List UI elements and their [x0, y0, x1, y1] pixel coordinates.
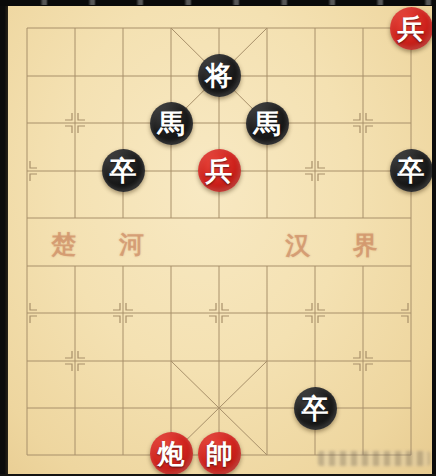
board-point-file8-rank7[interactable] [387, 337, 435, 385]
board-point-file2-rank6[interactable] [99, 290, 147, 338]
red-general-glyph: 帥 [206, 440, 233, 467]
board-point-file3-rank9[interactable]: 炮 [147, 432, 195, 476]
board-point-file0-rank9[interactable] [3, 432, 51, 476]
board-point-file7-rank7[interactable] [339, 337, 387, 385]
board-point-file4-rank9[interactable]: 帥 [195, 432, 243, 476]
board-point-file5-rank8[interactable] [243, 385, 291, 432]
board-point-file1-rank1[interactable] [51, 52, 99, 100]
board-point-file6-rank6[interactable] [291, 290, 339, 338]
board-point-file4-rank8[interactable] [195, 385, 243, 432]
board-point-file7-rank1[interactable] [339, 52, 387, 100]
board-point-file1-rank0[interactable] [51, 4, 99, 52]
board-point-file2-rank8[interactable] [99, 385, 147, 432]
board-point-file2-rank7[interactable] [99, 337, 147, 385]
board-point-file1-rank8[interactable] [51, 385, 99, 432]
board-point-file6-rank0[interactable] [291, 4, 339, 52]
board-point-file5-rank3[interactable] [243, 147, 291, 195]
board-point-file5-rank9[interactable] [243, 432, 291, 476]
red-soldier-glyph: 兵 [398, 15, 425, 42]
board-point-file2-rank3[interactable]: 卒 [99, 147, 147, 195]
board-point-file1-rank5[interactable] [51, 242, 99, 290]
black-horse[interactable]: 馬 [150, 102, 193, 145]
black-horse-glyph: 馬 [254, 110, 281, 137]
board-point-file6-rank1[interactable] [291, 52, 339, 100]
board-point-file8-rank8[interactable] [387, 385, 435, 432]
board-point-file5-rank1[interactable] [243, 52, 291, 100]
board-point-file7-rank3[interactable] [339, 147, 387, 195]
black-soldier[interactable]: 卒 [390, 149, 433, 192]
black-soldier[interactable]: 卒 [102, 149, 145, 192]
board-point-file5-rank2[interactable]: 馬 [243, 100, 291, 148]
board-point-file7-rank8[interactable] [339, 385, 387, 432]
board-point-file0-rank3[interactable] [3, 147, 51, 195]
black-soldier-glyph: 卒 [110, 157, 137, 184]
board-point-file8-rank1[interactable] [387, 52, 435, 100]
board-points: 兵将馬馬卒兵卒卒炮帥 [3, 4, 435, 476]
board-point-file4-rank6[interactable] [195, 290, 243, 338]
red-soldier-glyph: 兵 [206, 157, 233, 184]
board-point-file0-rank6[interactable] [3, 290, 51, 338]
red-general[interactable]: 帥 [198, 432, 241, 475]
red-soldier[interactable]: 兵 [198, 149, 241, 192]
black-general[interactable]: 将 [198, 54, 241, 97]
red-soldier[interactable]: 兵 [390, 7, 433, 50]
board-point-file8-rank2[interactable] [387, 100, 435, 148]
board-point-file7-rank4[interactable] [339, 195, 387, 243]
board-point-file3-rank5[interactable] [147, 242, 195, 290]
board-point-file3-rank6[interactable] [147, 290, 195, 338]
board-point-file3-rank8[interactable] [147, 385, 195, 432]
board-point-file7-rank5[interactable] [339, 242, 387, 290]
board-point-file0-rank4[interactable] [3, 195, 51, 243]
board-point-file3-rank3[interactable] [147, 147, 195, 195]
board-point-file5-rank0[interactable] [243, 4, 291, 52]
board-point-file3-rank0[interactable] [147, 4, 195, 52]
board-point-file3-rank4[interactable] [147, 195, 195, 243]
board-point-file8-rank0[interactable]: 兵 [387, 4, 435, 52]
board-point-file2-rank9[interactable] [99, 432, 147, 476]
board-point-file6-rank3[interactable] [291, 147, 339, 195]
board-point-file2-rank4[interactable] [99, 195, 147, 243]
black-soldier-glyph: 卒 [398, 157, 425, 184]
board-point-file8-rank4[interactable] [387, 195, 435, 243]
board-point-file2-rank5[interactable] [99, 242, 147, 290]
board-point-file0-rank0[interactable] [3, 4, 51, 52]
black-general-glyph: 将 [206, 62, 233, 89]
board-point-file6-rank2[interactable] [291, 100, 339, 148]
board-point-file7-rank0[interactable] [339, 4, 387, 52]
board-point-file4-rank4[interactable] [195, 195, 243, 243]
board-point-file1-rank4[interactable] [51, 195, 99, 243]
board-point-file1-rank2[interactable] [51, 100, 99, 148]
board-point-file4-rank1[interactable]: 将 [195, 52, 243, 100]
black-horse[interactable]: 馬 [246, 102, 289, 145]
board-point-file4-rank0[interactable] [195, 4, 243, 52]
board-point-file5-rank4[interactable] [243, 195, 291, 243]
board-point-file7-rank6[interactable] [339, 290, 387, 338]
board-point-file4-rank3[interactable]: 兵 [195, 147, 243, 195]
board-point-file1-rank6[interactable] [51, 290, 99, 338]
board-point-file5-rank7[interactable] [243, 337, 291, 385]
board-point-file6-rank7[interactable] [291, 337, 339, 385]
red-cannon-glyph: 炮 [158, 440, 185, 467]
board-point-file7-rank2[interactable] [339, 100, 387, 148]
board-point-file0-rank8[interactable] [3, 385, 51, 432]
black-soldier-glyph: 卒 [302, 395, 329, 422]
board-point-file3-rank2[interactable]: 馬 [147, 100, 195, 148]
board-point-file8-rank3[interactable]: 卒 [387, 147, 435, 195]
board-point-file2-rank0[interactable] [99, 4, 147, 52]
cropped-ui-marks [0, 0, 436, 5]
board-point-file5-rank5[interactable] [243, 242, 291, 290]
xiangqi-screenshot: 楚 河 汉 界 兵将馬馬卒兵卒卒炮帥 [0, 0, 436, 476]
left-frame-edge [0, 0, 8, 476]
black-soldier[interactable]: 卒 [294, 387, 337, 430]
right-frame-edge [432, 0, 436, 476]
board-point-file6-rank5[interactable] [291, 242, 339, 290]
board-point-file0-rank2[interactable] [3, 100, 51, 148]
red-cannon[interactable]: 炮 [150, 432, 193, 475]
board-point-file0-rank1[interactable] [3, 52, 51, 100]
blurred-watermark [318, 451, 430, 466]
board-point-file1-rank7[interactable] [51, 337, 99, 385]
board-point-file8-rank5[interactable] [387, 242, 435, 290]
board-point-file4-rank7[interactable] [195, 337, 243, 385]
board-point-file1-rank9[interactable] [51, 432, 99, 476]
board-point-file8-rank6[interactable] [387, 290, 435, 338]
board-point-file4-rank2[interactable] [195, 100, 243, 148]
board-point-file2-rank1[interactable] [99, 52, 147, 100]
board-point-file6-rank8[interactable]: 卒 [291, 385, 339, 432]
board-point-file0-rank7[interactable] [3, 337, 51, 385]
board-point-file0-rank5[interactable] [3, 242, 51, 290]
black-horse-glyph: 馬 [158, 110, 185, 137]
board-point-file4-rank5[interactable] [195, 242, 243, 290]
board-point-file3-rank7[interactable] [147, 337, 195, 385]
board-point-file1-rank3[interactable] [51, 147, 99, 195]
top-crop-bar [0, 0, 436, 6]
board-point-file3-rank1[interactable] [147, 52, 195, 100]
board-point-file5-rank6[interactable] [243, 290, 291, 338]
board-point-file6-rank4[interactable] [291, 195, 339, 243]
board-point-file2-rank2[interactable] [99, 100, 147, 148]
